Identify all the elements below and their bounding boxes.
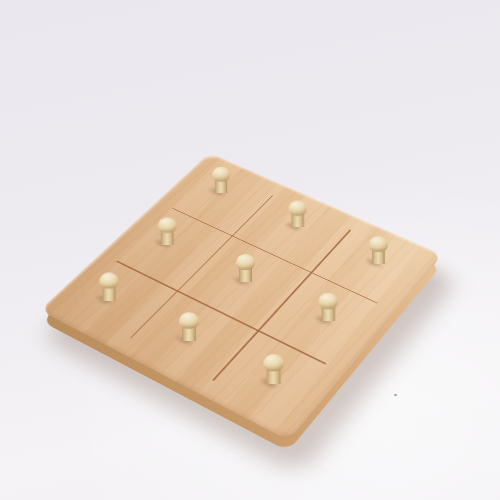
- peg-head: [288, 201, 306, 216]
- peg-head: [263, 354, 283, 371]
- board-cells: [40, 153, 443, 441]
- peg-sprite: [288, 201, 306, 231]
- peg-sprite: [368, 236, 387, 267]
- peg-sprite: [179, 312, 199, 344]
- peg-head: [318, 292, 338, 308]
- peg-body: [266, 367, 280, 387]
- peg-sprite: [99, 272, 118, 303]
- tic-tac-toe-board: [40, 153, 443, 441]
- peg-sprite: [212, 167, 230, 196]
- product-photo: [0, 0, 500, 500]
- dust-speck: [394, 393, 398, 396]
- board-surface: [40, 153, 443, 441]
- peg-sprite: [158, 218, 176, 248]
- peg-head: [99, 272, 118, 288]
- peg-head: [158, 218, 176, 234]
- peg-head: [212, 167, 230, 182]
- peg-sprite: [235, 254, 254, 285]
- peg-sprite: [318, 292, 338, 324]
- peg-head: [368, 236, 387, 252]
- peg-sprite: [263, 354, 283, 387]
- peg-head: [235, 254, 254, 270]
- peg-head: [179, 312, 199, 329]
- peg-body: [182, 324, 196, 344]
